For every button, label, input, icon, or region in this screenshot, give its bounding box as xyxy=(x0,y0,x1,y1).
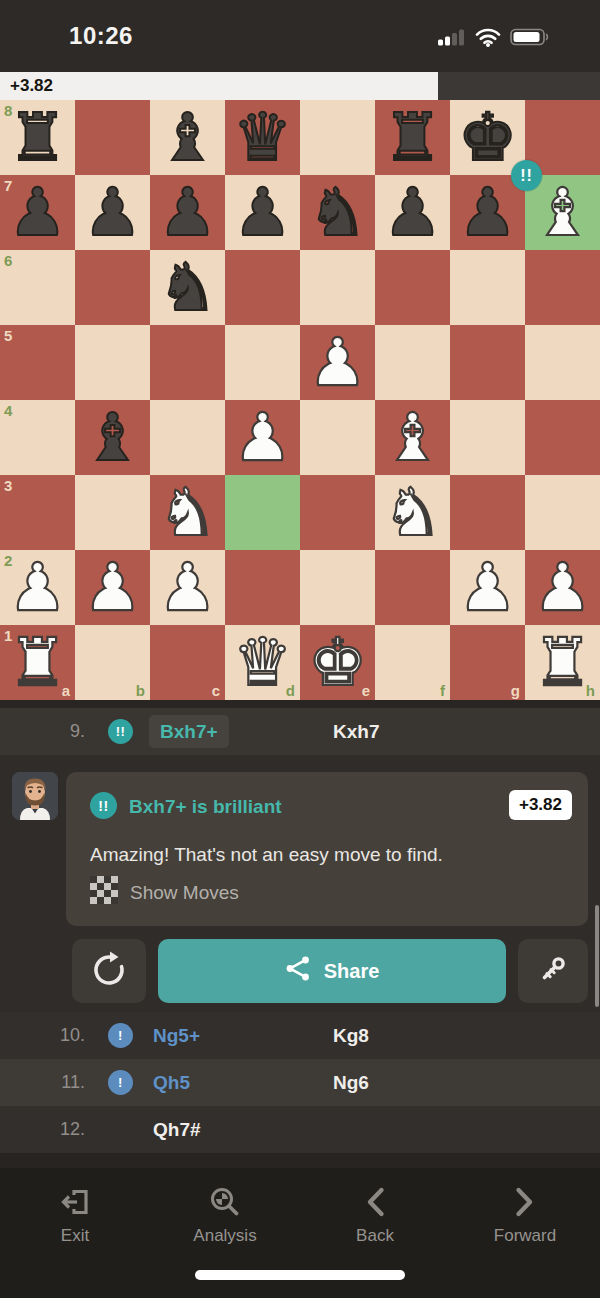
square-a2[interactable]: 2♟ xyxy=(0,550,75,625)
black-bishop-c8[interactable]: ♝ xyxy=(150,100,225,175)
share-button[interactable]: Share xyxy=(158,939,506,1003)
move-black-ng6[interactable]: Ng6 xyxy=(333,1059,369,1106)
black-pawn-d7[interactable]: ♟ xyxy=(225,175,300,250)
black-queen-d8[interactable]: ♛ xyxy=(225,100,300,175)
white-knight-c3[interactable]: ♞ xyxy=(150,475,225,550)
move-number: 12. xyxy=(30,1106,85,1153)
white-pawn-g2[interactable]: ♟ xyxy=(450,550,525,625)
square-a7[interactable]: 7♟ xyxy=(0,175,75,250)
black-pawn-b7[interactable]: ♟ xyxy=(75,175,150,250)
square-h1[interactable]: h♜ xyxy=(525,625,600,700)
eval-pill: +3.82 xyxy=(509,790,572,820)
square-f8[interactable]: ♜ xyxy=(375,100,450,175)
show-moves-label: Show Moves xyxy=(130,882,239,904)
home-indicator[interactable] xyxy=(195,1270,405,1280)
square-f7[interactable]: ♟ xyxy=(375,175,450,250)
square-a4[interactable]: 4 xyxy=(0,400,75,475)
square-d7[interactable]: ♟ xyxy=(225,175,300,250)
move-row-9[interactable]: 9. !! Bxh7+ Kxh7 xyxy=(0,708,600,755)
black-king-g8[interactable]: ♚ xyxy=(450,100,525,175)
square-f2[interactable] xyxy=(375,550,450,625)
file-label-g: g xyxy=(511,682,520,699)
move-number: 11. xyxy=(30,1059,85,1106)
share-icon xyxy=(285,955,312,987)
brilliant-badge: !! xyxy=(108,719,133,744)
wifi-icon xyxy=(475,28,501,51)
retry-button[interactable] xyxy=(72,939,146,1003)
square-a5[interactable]: 5 xyxy=(0,325,75,400)
divider xyxy=(0,700,600,708)
square-d8[interactable]: ♛ xyxy=(225,100,300,175)
white-pawn-a2[interactable]: ♟ xyxy=(0,550,75,625)
evaluation-bar-white-fill xyxy=(0,72,438,100)
white-king-e1[interactable]: ♚ xyxy=(300,625,375,700)
checkerboard-icon xyxy=(90,876,118,909)
square-f1[interactable]: f xyxy=(375,625,450,700)
move-black-kxh7[interactable]: Kxh7 xyxy=(333,708,379,755)
app-screen: 10:26 xyxy=(0,0,600,1298)
white-rook-a1[interactable]: ♜ xyxy=(0,625,75,700)
square-d6[interactable] xyxy=(225,250,300,325)
square-e3[interactable] xyxy=(300,475,375,550)
file-label-c: c xyxy=(212,682,220,699)
brilliant-move-badge: !! xyxy=(511,160,542,191)
square-g7[interactable]: ♟ xyxy=(450,175,525,250)
square-c5[interactable] xyxy=(150,325,225,400)
coach-comment: Amazing! That's not an easy move to find… xyxy=(90,844,443,866)
show-moves-button[interactable]: Show Moves xyxy=(90,876,239,909)
chevron-left-icon xyxy=(300,1180,450,1224)
key-button[interactable] xyxy=(518,939,588,1003)
move-white-bxh7[interactable]: Bxh7+ xyxy=(149,715,229,748)
key-icon xyxy=(537,953,569,989)
exit-icon xyxy=(0,1180,150,1224)
square-a3[interactable]: 3 xyxy=(0,475,75,550)
back-button[interactable]: Back xyxy=(300,1180,450,1246)
square-b3[interactable] xyxy=(75,475,150,550)
move-white-qh7[interactable]: Qh7# xyxy=(153,1106,201,1153)
square-b6[interactable] xyxy=(75,250,150,325)
square-e4[interactable] xyxy=(300,400,375,475)
cellular-signal-icon xyxy=(438,28,466,51)
white-knight-f3[interactable]: ♞ xyxy=(375,475,450,550)
square-c8[interactable]: ♝ xyxy=(150,100,225,175)
square-d5[interactable] xyxy=(225,325,300,400)
file-label-f: f xyxy=(440,682,445,699)
white-queen-d1[interactable]: ♛ xyxy=(225,625,300,700)
move-number: 9. xyxy=(30,708,85,755)
square-f6[interactable] xyxy=(375,250,450,325)
coach-avatar xyxy=(12,772,58,820)
white-pawn-c2[interactable]: ♟ xyxy=(150,550,225,625)
square-b7[interactable]: ♟ xyxy=(75,175,150,250)
share-label: Share xyxy=(324,960,380,983)
black-rook-a8[interactable]: ♜ xyxy=(0,100,75,175)
square-h3[interactable] xyxy=(525,475,600,550)
square-a8[interactable]: 8♜ xyxy=(0,100,75,175)
status-icons xyxy=(438,27,550,51)
rank-label-3: 3 xyxy=(4,477,12,494)
square-e7[interactable]: ♞ xyxy=(300,175,375,250)
square-d3[interactable] xyxy=(225,475,300,550)
move-white-ng5[interactable]: Ng5+ xyxy=(153,1012,200,1059)
brilliant-badge: !! xyxy=(90,792,117,819)
evaluation-value: +3.82 xyxy=(10,72,53,100)
exit-label: Exit xyxy=(0,1226,150,1246)
square-g1[interactable]: g xyxy=(450,625,525,700)
square-b4[interactable]: ♝ xyxy=(75,400,150,475)
black-bishop-b4[interactable]: ♝ xyxy=(75,400,150,475)
square-c2[interactable]: ♟ xyxy=(150,550,225,625)
black-rook-f8[interactable]: ♜ xyxy=(375,100,450,175)
square-f3[interactable]: ♞ xyxy=(375,475,450,550)
rank-label-6: 6 xyxy=(4,252,12,269)
square-e2[interactable] xyxy=(300,550,375,625)
white-pawn-d4[interactable]: ♟ xyxy=(225,400,300,475)
great-badge: ! xyxy=(108,1070,133,1095)
move-row-12[interactable]: 12. Qh7# xyxy=(0,1106,600,1153)
black-pawn-a7[interactable]: ♟ xyxy=(0,175,75,250)
coach-section: !! Bxh7+ is brilliant +3.82 Amazing! Tha… xyxy=(0,755,600,1012)
square-c3[interactable]: ♞ xyxy=(150,475,225,550)
square-c6[interactable]: ♞ xyxy=(150,250,225,325)
square-g4[interactable] xyxy=(450,400,525,475)
square-c7[interactable]: ♟ xyxy=(150,175,225,250)
coach-title: Bxh7+ is brilliant xyxy=(129,796,282,818)
square-e6[interactable] xyxy=(300,250,375,325)
square-h2[interactable]: ♟ xyxy=(525,550,600,625)
square-c1[interactable]: c xyxy=(150,625,225,700)
white-pawn-b2[interactable]: ♟ xyxy=(75,550,150,625)
scrollbar[interactable] xyxy=(595,905,599,1007)
chevron-right-icon xyxy=(450,1180,600,1224)
square-b2[interactable]: ♟ xyxy=(75,550,150,625)
black-knight-c6[interactable]: ♞ xyxy=(150,250,225,325)
square-f4[interactable]: ♝ xyxy=(375,400,450,475)
retry-icon xyxy=(90,950,128,992)
square-b8[interactable] xyxy=(75,100,150,175)
exit-button[interactable]: Exit xyxy=(0,1180,150,1246)
square-d1[interactable]: d♛ xyxy=(225,625,300,700)
black-pawn-c7[interactable]: ♟ xyxy=(150,175,225,250)
square-g3[interactable] xyxy=(450,475,525,550)
move-row-11[interactable]: 11. ! Qh5 Ng6 xyxy=(0,1059,600,1106)
coach-comment-card: !! Bxh7+ is brilliant +3.82 Amazing! Tha… xyxy=(66,772,588,926)
square-h5[interactable] xyxy=(525,325,600,400)
square-f5[interactable] xyxy=(375,325,450,400)
analysis-button[interactable]: Analysis xyxy=(150,1180,300,1246)
square-g2[interactable]: ♟ xyxy=(450,550,525,625)
square-a1[interactable]: 1a♜ xyxy=(0,625,75,700)
black-knight-e7[interactable]: ♞ xyxy=(300,175,375,250)
move-white-qh5[interactable]: Qh5 xyxy=(153,1059,190,1106)
move-black-kg8[interactable]: Kg8 xyxy=(333,1012,369,1059)
move-number: 10. xyxy=(30,1012,85,1059)
square-g5[interactable] xyxy=(450,325,525,400)
battery-icon xyxy=(510,27,550,51)
back-label: Back xyxy=(300,1226,450,1246)
rank-label-4: 4 xyxy=(4,402,12,419)
square-g8[interactable]: ♚ xyxy=(450,100,525,175)
white-pawn-e5[interactable]: ♟ xyxy=(300,325,375,400)
great-badge: ! xyxy=(108,1023,133,1048)
white-pawn-h2[interactable]: ♟ xyxy=(525,550,600,625)
black-pawn-f7[interactable]: ♟ xyxy=(375,175,450,250)
white-bishop-f4[interactable]: ♝ xyxy=(375,400,450,475)
square-a6[interactable]: 6 xyxy=(0,250,75,325)
square-c4[interactable] xyxy=(150,400,225,475)
square-d4[interactable]: ♟ xyxy=(225,400,300,475)
square-b5[interactable] xyxy=(75,325,150,400)
evaluation-bar: +3.82 xyxy=(0,72,600,100)
status-bar: 10:26 xyxy=(0,0,600,72)
chess-board[interactable]: 8♜♝♛♜♚7♟♟♟♟♞♟♟♝6♞5♟4♝♟♝3♞♞2♟♟♟♟♟1a♜bcd♛e… xyxy=(0,100,600,700)
square-h4[interactable] xyxy=(525,400,600,475)
forward-label: Forward xyxy=(450,1226,600,1246)
white-rook-h1[interactable]: ♜ xyxy=(525,625,600,700)
square-d2[interactable] xyxy=(225,550,300,625)
square-b1[interactable]: b xyxy=(75,625,150,700)
square-e8[interactable] xyxy=(300,100,375,175)
divider xyxy=(0,1153,600,1168)
file-label-b: b xyxy=(136,682,145,699)
analysis-icon xyxy=(150,1180,300,1224)
square-e1[interactable]: e♚ xyxy=(300,625,375,700)
analysis-label: Analysis xyxy=(150,1226,300,1246)
square-g6[interactable] xyxy=(450,250,525,325)
rank-label-5: 5 xyxy=(4,327,12,344)
square-e5[interactable]: ♟ xyxy=(300,325,375,400)
square-h6[interactable] xyxy=(525,250,600,325)
move-row-10[interactable]: 10. ! Ng5+ Kg8 xyxy=(0,1012,600,1059)
clock: 10:26 xyxy=(56,22,146,50)
black-pawn-g7[interactable]: ♟ xyxy=(450,175,525,250)
forward-button[interactable]: Forward xyxy=(450,1180,600,1246)
